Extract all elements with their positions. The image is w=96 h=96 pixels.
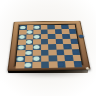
checker-piece-dark[interactable]: ● — [70, 38, 78, 43]
playing-grid: ●●●●●●●●●●●●●●●●●●●●●●●● — [15, 24, 83, 66]
checker-piece-light[interactable]: ● — [33, 44, 40, 50]
checker-piece-light[interactable]: ● — [24, 61, 32, 67]
checker-piece-light[interactable]: ● — [26, 39, 33, 44]
board-square[interactable] — [41, 62, 49, 69]
checker-piece-light[interactable]: ● — [25, 50, 33, 56]
board-frame: ●●●●●●●●●●●●●●●●●●●●●●●● ● — [7, 21, 90, 71]
board-square[interactable] — [32, 62, 40, 69]
board-square[interactable]: ● — [73, 61, 82, 67]
checker-piece-dark[interactable]: ● — [73, 61, 82, 67]
latch-knob-icon — [86, 67, 90, 70]
checkers-board: ●●●●●●●●●●●●●●●●●●●●●●●● ● — [7, 21, 90, 71]
checker-piece-light[interactable]: ● — [16, 56, 24, 62]
board-square[interactable]: ● — [24, 62, 33, 69]
checker-piece-light[interactable]: ● — [18, 44, 26, 50]
rail-piece[interactable]: ● — [78, 34, 85, 38]
checker-piece-dark[interactable]: ● — [72, 49, 80, 55]
checker-piece-light[interactable]: ● — [33, 55, 41, 61]
